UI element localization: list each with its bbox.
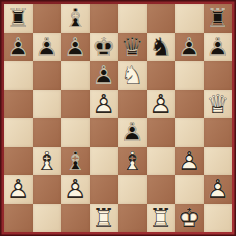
white-pawn-piece[interactable]: ♟♙	[204, 175, 233, 204]
square-f4[interactable]	[147, 118, 176, 147]
square-a3[interactable]	[4, 147, 33, 176]
board-frame: ♜♖♝♗♜♖♟♙♟♙♟♙♚♔♛♕♞♘♟♙♟♙♟♙♞♘♟♙♟♙♛♕♟♙♝♗♝♗♝♗…	[0, 0, 236, 236]
black-queen-piece[interactable]: ♛♕	[118, 33, 147, 62]
square-f8[interactable]	[147, 4, 176, 33]
piece-outline-glyph: ♙	[33, 33, 62, 62]
black-pawn-piece[interactable]: ♟♙	[33, 33, 62, 62]
piece-outline-glyph: ♗	[118, 147, 147, 176]
square-f6[interactable]	[147, 61, 176, 90]
piece-outline-glyph: ♙	[204, 33, 233, 62]
square-h7[interactable]: ♟♙	[204, 33, 233, 62]
white-pawn-piece[interactable]: ♟♙	[90, 90, 119, 119]
white-queen-piece[interactable]: ♛♕	[204, 90, 233, 119]
square-a6[interactable]	[4, 61, 33, 90]
black-pawn-piece[interactable]: ♟♙	[204, 33, 233, 62]
black-pawn-piece[interactable]: ♟♙	[61, 33, 90, 62]
piece-outline-glyph: ♙	[4, 175, 33, 204]
square-e2[interactable]	[118, 175, 147, 204]
piece-outline-glyph: ♙	[90, 90, 119, 119]
square-e1[interactable]	[118, 204, 147, 233]
black-pawn-piece[interactable]: ♟♙	[118, 118, 147, 147]
square-h4[interactable]	[204, 118, 233, 147]
piece-outline-glyph: ♙	[147, 90, 176, 119]
square-h8[interactable]: ♜♖	[204, 4, 233, 33]
piece-outline-glyph: ♙	[118, 118, 147, 147]
square-b1[interactable]	[33, 204, 62, 233]
square-f3[interactable]	[147, 147, 176, 176]
black-pawn-piece[interactable]: ♟♙	[175, 33, 204, 62]
square-a7[interactable]: ♟♙	[4, 33, 33, 62]
square-d5[interactable]: ♟♙	[90, 90, 119, 119]
piece-outline-glyph: ♗	[61, 4, 90, 33]
square-b4[interactable]	[33, 118, 62, 147]
square-d8[interactable]	[90, 4, 119, 33]
square-b3[interactable]: ♝♗	[33, 147, 62, 176]
square-f2[interactable]	[147, 175, 176, 204]
piece-outline-glyph: ♔	[90, 33, 119, 62]
black-rook-piece[interactable]: ♜♖	[204, 4, 233, 33]
black-king-piece[interactable]: ♚♔	[90, 33, 119, 62]
piece-outline-glyph: ♙	[175, 147, 204, 176]
piece-outline-glyph: ♕	[204, 90, 233, 119]
white-bishop-piece[interactable]: ♝♗	[33, 147, 62, 176]
square-g3[interactable]: ♟♙	[175, 147, 204, 176]
piece-outline-glyph: ♕	[118, 33, 147, 62]
chess-board: ♜♖♝♗♜♖♟♙♟♙♟♙♚♔♛♕♞♘♟♙♟♙♟♙♞♘♟♙♟♙♛♕♟♙♝♗♝♗♝♗…	[4, 4, 232, 232]
piece-outline-glyph: ♙	[61, 33, 90, 62]
square-c4[interactable]	[61, 118, 90, 147]
square-g8[interactable]	[175, 4, 204, 33]
piece-outline-glyph: ♖	[90, 204, 119, 233]
piece-outline-glyph: ♖	[147, 204, 176, 233]
piece-outline-glyph: ♘	[118, 61, 147, 90]
square-g5[interactable]	[175, 90, 204, 119]
piece-outline-glyph: ♙	[61, 175, 90, 204]
square-d7[interactable]: ♚♔	[90, 33, 119, 62]
white-pawn-piece[interactable]: ♟♙	[4, 175, 33, 204]
piece-outline-glyph: ♗	[33, 147, 62, 176]
square-b7[interactable]: ♟♙	[33, 33, 62, 62]
black-knight-piece[interactable]: ♞♘	[147, 33, 176, 62]
black-bishop-piece[interactable]: ♝♗	[61, 4, 90, 33]
square-c8[interactable]: ♝♗	[61, 4, 90, 33]
square-f1[interactable]: ♜♖	[147, 204, 176, 233]
white-pawn-piece[interactable]: ♟♙	[61, 175, 90, 204]
square-d3[interactable]	[90, 147, 119, 176]
square-h6[interactable]	[204, 61, 233, 90]
square-e4[interactable]: ♟♙	[118, 118, 147, 147]
square-a1[interactable]	[4, 204, 33, 233]
piece-outline-glyph: ♖	[4, 4, 33, 33]
square-d6[interactable]: ♟♙	[90, 61, 119, 90]
black-pawn-piece[interactable]: ♟♙	[4, 33, 33, 62]
white-rook-piece[interactable]: ♜♖	[90, 204, 119, 233]
white-pawn-piece[interactable]: ♟♙	[175, 147, 204, 176]
square-b6[interactable]	[33, 61, 62, 90]
square-e6[interactable]: ♞♘	[118, 61, 147, 90]
piece-outline-glyph: ♙	[4, 33, 33, 62]
square-e5[interactable]	[118, 90, 147, 119]
square-a4[interactable]	[4, 118, 33, 147]
square-f7[interactable]: ♞♘	[147, 33, 176, 62]
square-a8[interactable]: ♜♖	[4, 4, 33, 33]
piece-outline-glyph: ♘	[147, 33, 176, 62]
square-h2[interactable]: ♟♙	[204, 175, 233, 204]
piece-outline-glyph: ♗	[61, 147, 90, 176]
square-c3[interactable]: ♝♗	[61, 147, 90, 176]
square-g6[interactable]	[175, 61, 204, 90]
square-b2[interactable]	[33, 175, 62, 204]
square-g7[interactable]: ♟♙	[175, 33, 204, 62]
white-pawn-piece[interactable]: ♟♙	[147, 90, 176, 119]
white-bishop-piece[interactable]: ♝♗	[118, 147, 147, 176]
black-rook-piece[interactable]: ♜♖	[4, 4, 33, 33]
square-b8[interactable]	[33, 4, 62, 33]
piece-outline-glyph: ♖	[204, 4, 233, 33]
piece-outline-glyph: ♔	[175, 204, 204, 233]
square-d2[interactable]	[90, 175, 119, 204]
square-e7[interactable]: ♛♕	[118, 33, 147, 62]
square-c1[interactable]	[61, 204, 90, 233]
black-pawn-piece[interactable]: ♟♙	[90, 61, 119, 90]
square-h3[interactable]	[204, 147, 233, 176]
white-rook-piece[interactable]: ♜♖	[147, 204, 176, 233]
square-h1[interactable]	[204, 204, 233, 233]
square-e3[interactable]: ♝♗	[118, 147, 147, 176]
square-c5[interactable]	[61, 90, 90, 119]
square-g2[interactable]	[175, 175, 204, 204]
square-e8[interactable]	[118, 4, 147, 33]
square-g1[interactable]: ♚♔	[175, 204, 204, 233]
white-knight-piece[interactable]: ♞♘	[118, 61, 147, 90]
square-g4[interactable]	[175, 118, 204, 147]
black-bishop-piece[interactable]: ♝♗	[61, 147, 90, 176]
square-d1[interactable]: ♜♖	[90, 204, 119, 233]
square-c7[interactable]: ♟♙	[61, 33, 90, 62]
square-c6[interactable]	[61, 61, 90, 90]
piece-outline-glyph: ♙	[204, 175, 233, 204]
square-c2[interactable]: ♟♙	[61, 175, 90, 204]
square-h5[interactable]: ♛♕	[204, 90, 233, 119]
square-a5[interactable]	[4, 90, 33, 119]
piece-outline-glyph: ♙	[90, 61, 119, 90]
square-a2[interactable]: ♟♙	[4, 175, 33, 204]
square-f5[interactable]: ♟♙	[147, 90, 176, 119]
white-king-piece[interactable]: ♚♔	[175, 204, 204, 233]
square-d4[interactable]	[90, 118, 119, 147]
square-b5[interactable]	[33, 90, 62, 119]
piece-outline-glyph: ♙	[175, 33, 204, 62]
